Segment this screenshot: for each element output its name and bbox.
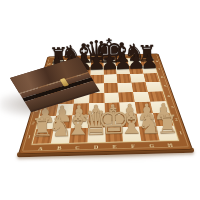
piece-black-pawn-h7: ♟	[140, 51, 159, 72]
scene: ABCDEFGH ABCDEFGH 12345678 12345678 ♜♞♝♛…	[0, 0, 200, 200]
piece-white-rook-h1: ♜	[156, 112, 179, 138]
